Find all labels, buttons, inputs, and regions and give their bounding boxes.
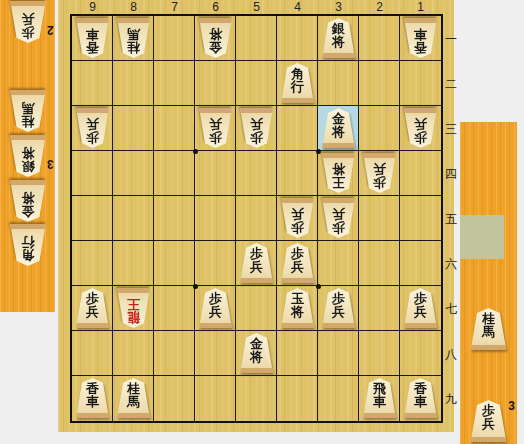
- rank-label-8: 八: [445, 347, 457, 360]
- board-square-3-8[interactable]: [318, 331, 359, 376]
- file-label-2: 2: [376, 0, 383, 14]
- piece-knight[interactable]: 桂馬: [116, 378, 151, 418]
- board-square-8-6[interactable]: [113, 241, 154, 286]
- board-square-5-5[interactable]: [236, 196, 277, 241]
- piece-kanji: 香車: [403, 378, 438, 418]
- piece-pawn[interactable]: 歩兵: [75, 108, 110, 148]
- board-square-7-3[interactable]: [154, 106, 195, 151]
- piece-kanji: 歩兵: [362, 153, 397, 193]
- board-square-2-8[interactable]: [359, 331, 400, 376]
- file-label-4: 4: [294, 0, 301, 14]
- piece-king[interactable]: 王将: [321, 153, 356, 193]
- piece-body: 歩兵: [403, 288, 438, 328]
- piece-pawn[interactable]: 歩兵: [403, 108, 438, 148]
- piece-rook[interactable]: 飛車: [362, 378, 397, 418]
- piece-kanji: 歩兵: [75, 288, 110, 328]
- board-square-5-1[interactable]: [236, 16, 277, 61]
- gote-hand-slot-2[interactable]: 桂馬: [0, 89, 55, 134]
- rank-label-2: 二: [445, 77, 457, 90]
- file-label-9: 9: [89, 0, 96, 14]
- shogi-board: 香車桂馬金将銀将香車角行歩兵歩兵歩兵金将歩兵王将歩兵歩兵歩兵歩兵歩兵歩兵龍王歩兵…: [58, 0, 454, 432]
- board-square-8-5[interactable]: [113, 196, 154, 241]
- rank-label-3: 三: [445, 122, 457, 135]
- piece-body: 角行: [280, 63, 315, 103]
- piece-body: 桂馬: [116, 378, 151, 418]
- board-square-7-1[interactable]: [154, 16, 195, 61]
- piece-body: 歩兵: [239, 243, 274, 283]
- shogi-board-grid: 香車桂馬金将銀将香車角行歩兵歩兵歩兵金将歩兵王将歩兵歩兵歩兵歩兵歩兵歩兵龍王歩兵…: [70, 14, 443, 423]
- piece-body: 歩兵: [403, 108, 438, 148]
- piece-body: 桂馬: [116, 18, 151, 58]
- piece-body: 歩兵: [239, 108, 274, 148]
- piece-kanji: 歩兵: [403, 288, 438, 328]
- piece-kanji: 歩兵: [198, 108, 233, 148]
- file-label-3: 3: [335, 0, 342, 14]
- file-label-8: 8: [130, 0, 137, 14]
- board-square-6-9[interactable]: [195, 376, 236, 421]
- gote-hand-slot-0[interactable]: 歩兵2: [0, 0, 55, 45]
- piece-body: 金将: [321, 108, 356, 148]
- sente-hand-slot-0: [460, 122, 517, 168]
- piece-kanji: 金将: [198, 18, 233, 58]
- board-square-6-2[interactable]: [195, 61, 236, 106]
- board-square-3-2[interactable]: [318, 61, 359, 106]
- piece-gold[interactable]: 金将: [198, 18, 233, 58]
- piece-kanji: 歩兵: [239, 243, 274, 283]
- piece-body: 歩兵: [280, 198, 315, 238]
- piece-body: 歩兵: [321, 288, 356, 328]
- board-square-2-7[interactable]: [359, 286, 400, 331]
- rank-label-7: 七: [445, 302, 457, 315]
- piece-body: 香車: [403, 18, 438, 58]
- piece-knight[interactable]: 桂馬: [9, 90, 47, 132]
- hand-count-badge: 3: [47, 158, 54, 170]
- piece-gold[interactable]: 金将: [321, 108, 356, 148]
- piece-pawn[interactable]: 歩兵: [198, 288, 233, 328]
- board-square-2-5[interactable]: [359, 196, 400, 241]
- piece-kanji: 銀将: [9, 135, 47, 177]
- board-square-1-6[interactable]: [400, 241, 441, 286]
- piece-body: 歩兵: [470, 400, 508, 442]
- piece-pawn[interactable]: 歩兵: [280, 198, 315, 238]
- piece-kanji: 金将: [321, 108, 356, 148]
- piece-body: 歩兵: [321, 198, 356, 238]
- sente-hand-slot-2: [460, 214, 517, 260]
- piece-pawn[interactable]: 歩兵: [321, 288, 356, 328]
- piece-kanji: 龍王: [116, 288, 151, 328]
- piece-kanji: 歩兵: [198, 288, 233, 328]
- piece-pawn[interactable]: 歩兵: [198, 108, 233, 148]
- board-square-1-5[interactable]: [400, 196, 441, 241]
- board-square-3-6[interactable]: [318, 241, 359, 286]
- board-square-2-6[interactable]: [359, 241, 400, 286]
- board-square-7-2[interactable]: [154, 61, 195, 106]
- piece-lance[interactable]: 香車: [403, 18, 438, 58]
- piece-body: 金将: [198, 18, 233, 58]
- piece-kanji: 歩兵: [239, 108, 274, 148]
- sente-hand-slot-3: [460, 260, 517, 306]
- piece-body: 角行: [9, 224, 47, 266]
- board-square-7-8[interactable]: [154, 331, 195, 376]
- hand-count-badge: 2: [47, 24, 54, 36]
- piece-kanji: 歩兵: [321, 198, 356, 238]
- piece-pawn[interactable]: 歩兵: [362, 153, 397, 193]
- board-square-5-4[interactable]: [236, 151, 277, 196]
- board-square-1-4[interactable]: [400, 151, 441, 196]
- piece-pawn[interactable]: 歩兵: [403, 288, 438, 328]
- piece-pawn[interactable]: 歩兵: [9, 1, 47, 43]
- piece-kanji: 桂馬: [116, 18, 151, 58]
- shogi-app: 歩兵2桂馬銀将3金将角行 香車桂馬金将銀将香車角行歩兵歩兵歩兵金将歩兵王将歩兵歩…: [0, 0, 524, 444]
- sente-hand-slot-1: [460, 168, 517, 214]
- piece-bishop[interactable]: 角行: [9, 224, 47, 266]
- board-square-5-9[interactable]: [236, 376, 277, 421]
- board-square-4-8[interactable]: [277, 331, 318, 376]
- piece-kanji: 歩兵: [321, 288, 356, 328]
- piece-gold[interactable]: 金将: [9, 180, 47, 222]
- file-label-7: 7: [171, 0, 178, 14]
- piece-pawn[interactable]: 歩兵: [75, 288, 110, 328]
- piece-body: 歩兵: [75, 288, 110, 328]
- board-square-9-4[interactable]: [72, 151, 113, 196]
- piece-body: 龍王: [116, 288, 151, 328]
- board-square-2-2[interactable]: [359, 61, 400, 106]
- file-label-6: 6: [212, 0, 219, 14]
- board-square-6-5[interactable]: [195, 196, 236, 241]
- hoshi-dot: [316, 149, 321, 154]
- gote-hand-slot-4[interactable]: 金将: [0, 178, 55, 223]
- board-square-6-4[interactable]: [195, 151, 236, 196]
- hand-slot-highlight: [460, 215, 504, 259]
- piece-kanji: 歩兵: [280, 198, 315, 238]
- board-square-3-9[interactable]: [318, 376, 359, 421]
- piece-body: 桂馬: [9, 90, 47, 132]
- board-square-4-9[interactable]: [277, 376, 318, 421]
- board-square-7-7[interactable]: [154, 286, 195, 331]
- piece-body: 銀将: [321, 18, 356, 58]
- piece-kanji: 歩兵: [470, 400, 508, 442]
- piece-bishop[interactable]: 角行: [280, 63, 315, 103]
- piece-kanji: 歩兵: [403, 108, 438, 148]
- rank-label-6: 六: [445, 257, 457, 270]
- board-square-1-2[interactable]: [400, 61, 441, 106]
- piece-lance[interactable]: 香車: [75, 18, 110, 58]
- piece-body: 金将: [9, 180, 47, 222]
- piece-body: 金将: [239, 333, 274, 373]
- board-square-8-4[interactable]: [113, 151, 154, 196]
- piece-kanji: 香車: [75, 18, 110, 58]
- piece-gold[interactable]: 金将: [239, 333, 274, 373]
- rank-label-1: 一: [445, 32, 457, 45]
- board-square-4-4[interactable]: [277, 151, 318, 196]
- piece-kanji: 金将: [239, 333, 274, 373]
- sente-hand-slot-5: [460, 352, 517, 398]
- hoshi-dot: [193, 149, 198, 154]
- piece-pawn[interactable]: 歩兵: [470, 400, 508, 442]
- board-square-1-8[interactable]: [400, 331, 441, 376]
- rank-label-9: 九: [445, 392, 457, 405]
- piece-kanji: 銀将: [321, 18, 356, 58]
- piece-king[interactable]: 玉将: [280, 288, 315, 328]
- piece-silver[interactable]: 銀将: [9, 135, 47, 177]
- board-square-7-5[interactable]: [154, 196, 195, 241]
- board-square-2-1[interactable]: [359, 16, 400, 61]
- board-square-8-3[interactable]: [113, 106, 154, 151]
- rank-label-4: 四: [445, 167, 457, 180]
- piece-promoted-rook[interactable]: 龍王: [116, 288, 151, 328]
- piece-kanji: 桂馬: [116, 378, 151, 418]
- piece-kanji: 王将: [321, 153, 356, 193]
- piece-kanji: 角行: [9, 224, 47, 266]
- board-square-6-8[interactable]: [195, 331, 236, 376]
- board-square-4-3[interactable]: [277, 106, 318, 151]
- piece-body: 歩兵: [9, 1, 47, 43]
- piece-kanji: 桂馬: [470, 308, 508, 350]
- board-square-2-3[interactable]: [359, 106, 400, 151]
- board-square-9-8[interactable]: [72, 331, 113, 376]
- board-square-4-1[interactable]: [277, 16, 318, 61]
- piece-body: 歩兵: [198, 108, 233, 148]
- piece-body: 歩兵: [75, 108, 110, 148]
- board-square-5-2[interactable]: [236, 61, 277, 106]
- board-square-9-6[interactable]: [72, 241, 113, 286]
- piece-kanji: 歩兵: [280, 243, 315, 283]
- piece-body: 歩兵: [362, 153, 397, 193]
- piece-kanji: 香車: [403, 18, 438, 58]
- piece-silver[interactable]: 銀将: [321, 18, 356, 58]
- gote-hand-slot-6: [0, 267, 55, 312]
- board-square-7-6[interactable]: [154, 241, 195, 286]
- piece-body: 桂馬: [470, 308, 508, 350]
- board-square-8-8[interactable]: [113, 331, 154, 376]
- piece-body: 香車: [75, 378, 110, 418]
- gote-hand-slot-3[interactable]: 銀将3: [0, 134, 55, 179]
- piece-kanji: 桂馬: [9, 90, 47, 132]
- sente-hand-slot-6[interactable]: 歩兵3: [460, 398, 517, 444]
- piece-pawn[interactable]: 歩兵: [280, 243, 315, 283]
- board-square-8-2[interactable]: [113, 61, 154, 106]
- piece-body: 王将: [321, 153, 356, 193]
- piece-pawn[interactable]: 歩兵: [239, 108, 274, 148]
- rank-label-5: 五: [445, 212, 457, 225]
- hand-count-badge: 3: [508, 400, 515, 412]
- piece-body: 香車: [403, 378, 438, 418]
- board-square-7-4[interactable]: [154, 151, 195, 196]
- piece-body: 歩兵: [280, 243, 315, 283]
- piece-kanji: 金将: [9, 180, 47, 222]
- piece-lance[interactable]: 香車: [403, 378, 438, 418]
- sente-hand-slot-4[interactable]: 桂馬: [460, 306, 517, 352]
- board-square-7-9[interactable]: [154, 376, 195, 421]
- piece-kanji: 歩兵: [9, 1, 47, 43]
- hoshi-dot: [316, 284, 321, 289]
- piece-body: 銀将: [9, 135, 47, 177]
- piece-kanji: 玉将: [280, 288, 315, 328]
- piece-body: 歩兵: [198, 288, 233, 328]
- piece-body: 飛車: [362, 378, 397, 418]
- piece-body: 玉将: [280, 288, 315, 328]
- gote-hand-slot-1: [0, 45, 55, 90]
- sente-captured-stand: 桂馬歩兵3: [460, 122, 517, 444]
- piece-kanji: 歩兵: [75, 108, 110, 148]
- hoshi-dot: [193, 284, 198, 289]
- board-square-9-2[interactable]: [72, 61, 113, 106]
- piece-pawn[interactable]: 歩兵: [239, 243, 274, 283]
- file-label-1: 1: [417, 0, 424, 14]
- gote-captured-stand: 歩兵2桂馬銀将3金将角行: [0, 0, 55, 312]
- board-square-9-5[interactable]: [72, 196, 113, 241]
- piece-lance[interactable]: 香車: [75, 378, 110, 418]
- piece-knight[interactable]: 桂馬: [116, 18, 151, 58]
- piece-kanji: 飛車: [362, 378, 397, 418]
- file-label-5: 5: [253, 0, 260, 14]
- piece-kanji: 角行: [280, 63, 315, 103]
- piece-body: 香車: [75, 18, 110, 58]
- board-square-6-6[interactable]: [195, 241, 236, 286]
- gote-hand-slot-5[interactable]: 角行: [0, 223, 55, 268]
- piece-pawn[interactable]: 歩兵: [321, 198, 356, 238]
- board-square-5-7[interactable]: [236, 286, 277, 331]
- piece-knight[interactable]: 桂馬: [470, 308, 508, 350]
- piece-kanji: 香車: [75, 378, 110, 418]
